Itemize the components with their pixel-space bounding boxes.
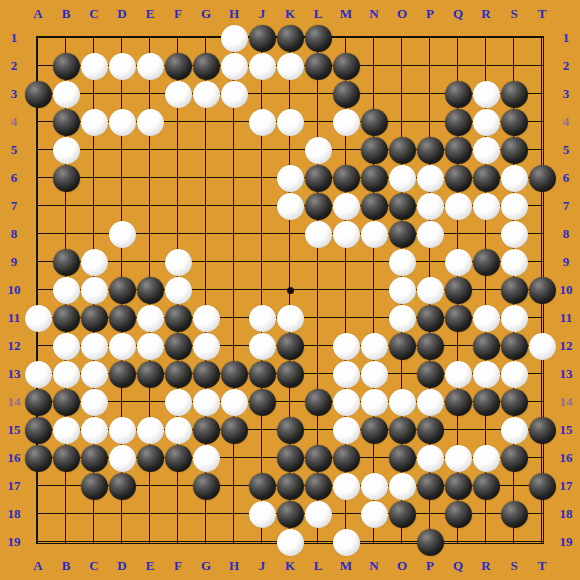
white-stone-C13[interactable] bbox=[81, 361, 108, 388]
white-stone-O10[interactable] bbox=[389, 277, 416, 304]
black-stone-D13[interactable] bbox=[109, 361, 136, 388]
white-stone-S13[interactable] bbox=[501, 361, 528, 388]
black-stone-O15[interactable] bbox=[389, 417, 416, 444]
white-stone-M19[interactable] bbox=[333, 529, 360, 556]
coord-label-left-16: 16 bbox=[0, 447, 28, 469]
coord-label-bottom-M: M bbox=[332, 555, 360, 577]
coord-label-left-5: 5 bbox=[0, 139, 28, 161]
coord-label-right-12: 12 bbox=[552, 335, 580, 357]
white-stone-K2[interactable] bbox=[277, 53, 304, 80]
black-stone-R14[interactable] bbox=[473, 389, 500, 416]
coord-label-right-7: 7 bbox=[552, 195, 580, 217]
coord-label-left-8: 8 bbox=[0, 223, 28, 245]
white-stone-F15[interactable] bbox=[165, 417, 192, 444]
white-stone-K6[interactable] bbox=[277, 165, 304, 192]
coord-label-left-12: 12 bbox=[0, 335, 28, 357]
white-stone-S15[interactable] bbox=[501, 417, 528, 444]
coord-label-top-R: R bbox=[472, 3, 500, 25]
black-stone-B16[interactable] bbox=[53, 445, 80, 472]
black-stone-P11[interactable] bbox=[417, 305, 444, 332]
coord-label-left-2: 2 bbox=[0, 55, 28, 77]
white-stone-C2[interactable] bbox=[81, 53, 108, 80]
white-stone-L18[interactable] bbox=[305, 501, 332, 528]
white-stone-N12[interactable] bbox=[361, 333, 388, 360]
black-stone-F2[interactable] bbox=[165, 53, 192, 80]
coord-label-right-1: 1 bbox=[552, 27, 580, 49]
black-stone-Q5[interactable] bbox=[445, 137, 472, 164]
coord-label-top-S: S bbox=[500, 3, 528, 25]
white-stone-P10[interactable] bbox=[417, 277, 444, 304]
coord-label-left-15: 15 bbox=[0, 419, 28, 441]
coord-label-left-13: 13 bbox=[0, 363, 28, 385]
black-stone-C11[interactable] bbox=[81, 305, 108, 332]
coord-label-bottom-A: A bbox=[24, 555, 52, 577]
black-stone-L14[interactable] bbox=[305, 389, 332, 416]
black-stone-B11[interactable] bbox=[53, 305, 80, 332]
white-stone-C15[interactable] bbox=[81, 417, 108, 444]
white-stone-B5[interactable] bbox=[53, 137, 80, 164]
white-stone-Q7[interactable] bbox=[445, 193, 472, 220]
black-stone-T15[interactable] bbox=[529, 417, 556, 444]
coord-label-right-9: 9 bbox=[552, 251, 580, 273]
white-stone-D4[interactable] bbox=[109, 109, 136, 136]
black-stone-M16[interactable] bbox=[333, 445, 360, 472]
white-stone-O9[interactable] bbox=[389, 249, 416, 276]
white-stone-R16[interactable] bbox=[473, 445, 500, 472]
black-stone-B14[interactable] bbox=[53, 389, 80, 416]
white-stone-O11[interactable] bbox=[389, 305, 416, 332]
white-stone-K11[interactable] bbox=[277, 305, 304, 332]
black-stone-K18[interactable] bbox=[277, 501, 304, 528]
white-stone-O6[interactable] bbox=[389, 165, 416, 192]
coord-label-bottom-L: L bbox=[304, 555, 332, 577]
black-stone-R6[interactable] bbox=[473, 165, 500, 192]
black-stone-E16[interactable] bbox=[137, 445, 164, 472]
black-stone-M3[interactable] bbox=[333, 81, 360, 108]
black-stone-E10[interactable] bbox=[137, 277, 164, 304]
white-stone-D8[interactable] bbox=[109, 221, 136, 248]
coord-label-top-C: C bbox=[80, 3, 108, 25]
coord-label-top-J: J bbox=[248, 3, 276, 25]
black-stone-S5[interactable] bbox=[501, 137, 528, 164]
white-stone-F10[interactable] bbox=[165, 277, 192, 304]
white-stone-H14[interactable] bbox=[221, 389, 248, 416]
coord-label-right-17: 17 bbox=[552, 475, 580, 497]
black-stone-L6[interactable] bbox=[305, 165, 332, 192]
coord-label-bottom-B: B bbox=[52, 555, 80, 577]
black-stone-M2[interactable] bbox=[333, 53, 360, 80]
black-stone-K13[interactable] bbox=[277, 361, 304, 388]
coord-label-left-11: 11 bbox=[0, 307, 28, 329]
coord-label-bottom-G: G bbox=[192, 555, 220, 577]
white-stone-B3[interactable] bbox=[53, 81, 80, 108]
coord-label-left-1: 1 bbox=[0, 27, 28, 49]
white-stone-E2[interactable] bbox=[137, 53, 164, 80]
black-stone-L16[interactable] bbox=[305, 445, 332, 472]
black-stone-O8[interactable] bbox=[389, 221, 416, 248]
white-stone-C12[interactable] bbox=[81, 333, 108, 360]
coord-label-top-P: P bbox=[416, 3, 444, 25]
black-stone-J13[interactable] bbox=[249, 361, 276, 388]
coord-label-bottom-H: H bbox=[220, 555, 248, 577]
coord-label-top-T: T bbox=[528, 3, 556, 25]
coord-label-left-10: 10 bbox=[0, 279, 28, 301]
white-stone-C9[interactable] bbox=[81, 249, 108, 276]
white-stone-H2[interactable] bbox=[221, 53, 248, 80]
black-stone-J17[interactable] bbox=[249, 473, 276, 500]
black-stone-Q17[interactable] bbox=[445, 473, 472, 500]
coord-label-left-14: 14 bbox=[0, 391, 28, 413]
white-stone-C4[interactable] bbox=[81, 109, 108, 136]
coord-label-bottom-F: F bbox=[164, 555, 192, 577]
black-stone-Q14[interactable] bbox=[445, 389, 472, 416]
black-stone-B9[interactable] bbox=[53, 249, 80, 276]
coord-label-bottom-E: E bbox=[136, 555, 164, 577]
coord-label-right-10: 10 bbox=[552, 279, 580, 301]
white-stone-Q9[interactable] bbox=[445, 249, 472, 276]
white-stone-S6[interactable] bbox=[501, 165, 528, 192]
black-stone-C16[interactable] bbox=[81, 445, 108, 472]
white-stone-N14[interactable] bbox=[361, 389, 388, 416]
black-stone-N15[interactable] bbox=[361, 417, 388, 444]
coord-label-left-17: 17 bbox=[0, 475, 28, 497]
white-stone-F9[interactable] bbox=[165, 249, 192, 276]
black-stone-O12[interactable] bbox=[389, 333, 416, 360]
black-stone-D17[interactable] bbox=[109, 473, 136, 500]
black-stone-H13[interactable] bbox=[221, 361, 248, 388]
coord-label-bottom-S: S bbox=[500, 555, 528, 577]
white-stone-R11[interactable] bbox=[473, 305, 500, 332]
coord-label-bottom-J: J bbox=[248, 555, 276, 577]
black-stone-M6[interactable] bbox=[333, 165, 360, 192]
white-stone-S8[interactable] bbox=[501, 221, 528, 248]
black-stone-B4[interactable] bbox=[53, 109, 80, 136]
coord-label-left-6: 6 bbox=[0, 167, 28, 189]
black-stone-Q18[interactable] bbox=[445, 501, 472, 528]
black-stone-O7[interactable] bbox=[389, 193, 416, 220]
white-stone-E11[interactable] bbox=[137, 305, 164, 332]
black-stone-S3[interactable] bbox=[501, 81, 528, 108]
black-stone-A14[interactable] bbox=[25, 389, 52, 416]
black-stone-G15[interactable] bbox=[193, 417, 220, 444]
black-stone-J14[interactable] bbox=[249, 389, 276, 416]
black-stone-J1[interactable] bbox=[249, 25, 276, 52]
white-stone-N13[interactable] bbox=[361, 361, 388, 388]
black-stone-O16[interactable] bbox=[389, 445, 416, 472]
white-stone-P7[interactable] bbox=[417, 193, 444, 220]
white-stone-G11[interactable] bbox=[193, 305, 220, 332]
black-stone-R12[interactable] bbox=[473, 333, 500, 360]
black-stone-E13[interactable] bbox=[137, 361, 164, 388]
white-stone-N8[interactable] bbox=[361, 221, 388, 248]
black-stone-A3[interactable] bbox=[25, 81, 52, 108]
coord-label-right-4: 4 bbox=[552, 111, 580, 133]
white-stone-D12[interactable] bbox=[109, 333, 136, 360]
black-stone-S10[interactable] bbox=[501, 277, 528, 304]
coord-label-top-E: E bbox=[136, 3, 164, 25]
coord-label-bottom-K: K bbox=[276, 555, 304, 577]
white-stone-J2[interactable] bbox=[249, 53, 276, 80]
black-stone-Q4[interactable] bbox=[445, 109, 472, 136]
black-stone-O5[interactable] bbox=[389, 137, 416, 164]
coord-label-top-A: A bbox=[24, 3, 52, 25]
black-stone-Q6[interactable] bbox=[445, 165, 472, 192]
coord-label-bottom-T: T bbox=[528, 555, 556, 577]
white-stone-R5[interactable] bbox=[473, 137, 500, 164]
white-stone-Q16[interactable] bbox=[445, 445, 472, 472]
coord-label-top-K: K bbox=[276, 3, 304, 25]
white-stone-A11[interactable] bbox=[25, 305, 52, 332]
white-stone-D16[interactable] bbox=[109, 445, 136, 472]
white-stone-M15[interactable] bbox=[333, 417, 360, 444]
black-stone-T10[interactable] bbox=[529, 277, 556, 304]
coord-label-top-F: F bbox=[164, 3, 192, 25]
white-stone-O14[interactable] bbox=[389, 389, 416, 416]
coord-label-right-11: 11 bbox=[552, 307, 580, 329]
coord-label-top-G: G bbox=[192, 3, 220, 25]
black-stone-F16[interactable] bbox=[165, 445, 192, 472]
coord-label-right-2: 2 bbox=[552, 55, 580, 77]
white-stone-D2[interactable] bbox=[109, 53, 136, 80]
white-stone-H1[interactable] bbox=[221, 25, 248, 52]
coord-label-right-13: 13 bbox=[552, 363, 580, 385]
white-stone-M4[interactable] bbox=[333, 109, 360, 136]
black-stone-D11[interactable] bbox=[109, 305, 136, 332]
black-stone-P15[interactable] bbox=[417, 417, 444, 444]
black-stone-P5[interactable] bbox=[417, 137, 444, 164]
star-point-K10 bbox=[287, 287, 294, 294]
white-stone-K19[interactable] bbox=[277, 529, 304, 556]
coord-label-right-18: 18 bbox=[552, 503, 580, 525]
black-stone-S14[interactable] bbox=[501, 389, 528, 416]
black-stone-O18[interactable] bbox=[389, 501, 416, 528]
black-stone-L7[interactable] bbox=[305, 193, 332, 220]
white-stone-J18[interactable] bbox=[249, 501, 276, 528]
black-stone-S16[interactable] bbox=[501, 445, 528, 472]
white-stone-P16[interactable] bbox=[417, 445, 444, 472]
black-stone-F11[interactable] bbox=[165, 305, 192, 332]
white-stone-P14[interactable] bbox=[417, 389, 444, 416]
white-stone-K7[interactable] bbox=[277, 193, 304, 220]
coord-label-top-H: H bbox=[220, 3, 248, 25]
black-stone-A16[interactable] bbox=[25, 445, 52, 472]
black-stone-F12[interactable] bbox=[165, 333, 192, 360]
coord-label-left-7: 7 bbox=[0, 195, 28, 217]
coord-label-right-16: 16 bbox=[552, 447, 580, 469]
white-stone-K4[interactable] bbox=[277, 109, 304, 136]
white-stone-S7[interactable] bbox=[501, 193, 528, 220]
coord-label-bottom-N: N bbox=[360, 555, 388, 577]
white-stone-M13[interactable] bbox=[333, 361, 360, 388]
white-stone-J11[interactable] bbox=[249, 305, 276, 332]
black-stone-K17[interactable] bbox=[277, 473, 304, 500]
white-stone-M12[interactable] bbox=[333, 333, 360, 360]
black-stone-S18[interactable] bbox=[501, 501, 528, 528]
white-stone-J12[interactable] bbox=[249, 333, 276, 360]
black-stone-K12[interactable] bbox=[277, 333, 304, 360]
black-stone-P12[interactable] bbox=[417, 333, 444, 360]
coord-label-bottom-P: P bbox=[416, 555, 444, 577]
white-stone-M17[interactable] bbox=[333, 473, 360, 500]
white-stone-E15[interactable] bbox=[137, 417, 164, 444]
white-stone-J4[interactable] bbox=[249, 109, 276, 136]
black-stone-B2[interactable] bbox=[53, 53, 80, 80]
black-stone-T17[interactable] bbox=[529, 473, 556, 500]
coord-label-bottom-D: D bbox=[108, 555, 136, 577]
white-stone-P8[interactable] bbox=[417, 221, 444, 248]
coord-label-right-19: 19 bbox=[552, 531, 580, 553]
black-stone-R9[interactable] bbox=[473, 249, 500, 276]
white-stone-T12[interactable] bbox=[529, 333, 556, 360]
black-stone-Q3[interactable] bbox=[445, 81, 472, 108]
white-stone-F3[interactable] bbox=[165, 81, 192, 108]
coord-label-right-15: 15 bbox=[552, 419, 580, 441]
white-stone-B10[interactable] bbox=[53, 277, 80, 304]
black-stone-K15[interactable] bbox=[277, 417, 304, 444]
black-stone-L17[interactable] bbox=[305, 473, 332, 500]
coord-label-left-4: 4 bbox=[0, 111, 28, 133]
coord-label-right-8: 8 bbox=[552, 223, 580, 245]
white-stone-B13[interactable] bbox=[53, 361, 80, 388]
coord-label-top-Q: Q bbox=[444, 3, 472, 25]
coord-label-left-9: 9 bbox=[0, 251, 28, 273]
black-stone-T6[interactable] bbox=[529, 165, 556, 192]
black-stone-H15[interactable] bbox=[221, 417, 248, 444]
go-board[interactable]: AABBCCDDEEFFGGHHJJKKLLMMNNOOPPQQRRSSTT11… bbox=[0, 0, 580, 580]
coord-label-top-L: L bbox=[304, 3, 332, 25]
black-stone-P19[interactable] bbox=[417, 529, 444, 556]
white-stone-B15[interactable] bbox=[53, 417, 80, 444]
black-stone-N7[interactable] bbox=[361, 193, 388, 220]
white-stone-G16[interactable] bbox=[193, 445, 220, 472]
black-stone-K1[interactable] bbox=[277, 25, 304, 52]
white-stone-S11[interactable] bbox=[501, 305, 528, 332]
coord-label-bottom-O: O bbox=[388, 555, 416, 577]
black-stone-D10[interactable] bbox=[109, 277, 136, 304]
black-stone-P17[interactable] bbox=[417, 473, 444, 500]
white-stone-C14[interactable] bbox=[81, 389, 108, 416]
white-stone-D15[interactable] bbox=[109, 417, 136, 444]
white-stone-B12[interactable] bbox=[53, 333, 80, 360]
coord-label-right-6: 6 bbox=[552, 167, 580, 189]
black-stone-L1[interactable] bbox=[305, 25, 332, 52]
white-stone-S9[interactable] bbox=[501, 249, 528, 276]
black-stone-S4[interactable] bbox=[501, 109, 528, 136]
black-stone-G2[interactable] bbox=[193, 53, 220, 80]
white-stone-L5[interactable] bbox=[305, 137, 332, 164]
white-stone-F14[interactable] bbox=[165, 389, 192, 416]
coord-label-bottom-C: C bbox=[80, 555, 108, 577]
black-stone-G13[interactable] bbox=[193, 361, 220, 388]
black-stone-N6[interactable] bbox=[361, 165, 388, 192]
white-stone-G12[interactable] bbox=[193, 333, 220, 360]
coord-label-top-O: O bbox=[388, 3, 416, 25]
white-stone-R4[interactable] bbox=[473, 109, 500, 136]
coord-label-right-3: 3 bbox=[552, 83, 580, 105]
black-stone-N4[interactable] bbox=[361, 109, 388, 136]
white-stone-N17[interactable] bbox=[361, 473, 388, 500]
black-stone-B6[interactable] bbox=[53, 165, 80, 192]
coord-label-top-N: N bbox=[360, 3, 388, 25]
coord-label-bottom-R: R bbox=[472, 555, 500, 577]
coord-label-left-18: 18 bbox=[0, 503, 28, 525]
white-stone-G3[interactable] bbox=[193, 81, 220, 108]
black-stone-K16[interactable] bbox=[277, 445, 304, 472]
black-stone-C17[interactable] bbox=[81, 473, 108, 500]
white-stone-L8[interactable] bbox=[305, 221, 332, 248]
black-stone-G17[interactable] bbox=[193, 473, 220, 500]
black-stone-F13[interactable] bbox=[165, 361, 192, 388]
coord-label-bottom-Q: Q bbox=[444, 555, 472, 577]
white-stone-P6[interactable] bbox=[417, 165, 444, 192]
black-stone-L2[interactable] bbox=[305, 53, 332, 80]
white-stone-R3[interactable] bbox=[473, 81, 500, 108]
coord-label-left-3: 3 bbox=[0, 83, 28, 105]
white-stone-E12[interactable] bbox=[137, 333, 164, 360]
white-stone-R13[interactable] bbox=[473, 361, 500, 388]
white-stone-E4[interactable] bbox=[137, 109, 164, 136]
white-stone-Q13[interactable] bbox=[445, 361, 472, 388]
coord-label-top-B: B bbox=[52, 3, 80, 25]
coord-label-right-14: 14 bbox=[552, 391, 580, 413]
black-stone-N5[interactable] bbox=[361, 137, 388, 164]
black-stone-A15[interactable] bbox=[25, 417, 52, 444]
white-stone-C10[interactable] bbox=[81, 277, 108, 304]
white-stone-R7[interactable] bbox=[473, 193, 500, 220]
black-stone-Q11[interactable] bbox=[445, 305, 472, 332]
black-stone-P13[interactable] bbox=[417, 361, 444, 388]
white-stone-M7[interactable] bbox=[333, 193, 360, 220]
white-stone-H3[interactable] bbox=[221, 81, 248, 108]
coord-label-right-5: 5 bbox=[552, 139, 580, 161]
black-stone-S12[interactable] bbox=[501, 333, 528, 360]
white-stone-M8[interactable] bbox=[333, 221, 360, 248]
white-stone-M14[interactable] bbox=[333, 389, 360, 416]
white-stone-O17[interactable] bbox=[389, 473, 416, 500]
coord-label-left-19: 19 bbox=[0, 531, 28, 553]
white-stone-N18[interactable] bbox=[361, 501, 388, 528]
coord-label-top-M: M bbox=[332, 3, 360, 25]
black-stone-R17[interactable] bbox=[473, 473, 500, 500]
white-stone-A13[interactable] bbox=[25, 361, 52, 388]
black-stone-Q10[interactable] bbox=[445, 277, 472, 304]
coord-label-top-D: D bbox=[108, 3, 136, 25]
white-stone-G14[interactable] bbox=[193, 389, 220, 416]
